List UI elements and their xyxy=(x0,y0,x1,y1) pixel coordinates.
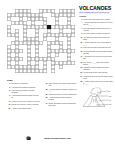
clue-text: The Ring of ____ circles the Pacific Oce… xyxy=(83,61,113,65)
page-title: VOLCANOES xyxy=(79,6,114,11)
down-clue-list: 2The study of volcanoes3A scientist who … xyxy=(7,83,77,110)
right-column: VOLCANOES https://crosswordlabs.com/view… xyxy=(79,6,114,111)
volcano-label-magma: magma xyxy=(108,104,111,105)
volcano-label-ash-cloud: ash xyxy=(108,91,111,92)
volcano-label-crater: crater xyxy=(108,95,111,97)
footer-url: www.crosswordlabs.com xyxy=(0,137,115,140)
clue-text: A spring that shoots hot water into the … xyxy=(11,95,40,99)
across-clue-list: 1Molten rock that flows from a volcano4A… xyxy=(79,18,114,84)
clue-number: 23 xyxy=(79,72,82,74)
clue-number: 5 xyxy=(7,89,10,93)
clue-number: 1 xyxy=(79,18,82,20)
clue-number: 22 xyxy=(44,97,47,101)
down-heading: Down xyxy=(7,79,77,81)
clue-text: Hot liquid rock found deep inside the Ea… xyxy=(83,36,113,40)
clue-number: 15 xyxy=(79,50,82,54)
clue-number: 4 xyxy=(79,22,82,26)
clue-number: 11 xyxy=(7,104,10,106)
clue-number: 9 xyxy=(79,32,82,34)
clue-number: 2 xyxy=(7,83,10,85)
clue-number: 12 xyxy=(79,41,82,45)
volcano-label-lava: lava xyxy=(108,100,111,101)
clue-number: 3 xyxy=(7,86,10,88)
clue-number: 6 xyxy=(7,95,10,99)
clue-text: Volcanic rock so full of holes it can fl… xyxy=(11,100,39,102)
clue-item: 6A spring that shoots hot water into the… xyxy=(7,95,40,99)
clue-number: 10 xyxy=(79,36,82,40)
clue-item: 23Violent burst of lava, ash and gas xyxy=(79,72,114,74)
clue-item: 24Volcanoes often form where these plate… xyxy=(79,75,114,79)
down-section: Down 2The study of volcanoes3A scientist… xyxy=(7,78,77,110)
clue-item: 17A mountain built from layers of lava a… xyxy=(79,56,114,60)
clue-item: 20Melted rock while it is still undergro… xyxy=(44,93,77,95)
clue-text: A volcano that is quiet now but may wake… xyxy=(83,81,113,85)
clue-number: 24 xyxy=(44,102,47,106)
clue-text: A mountain built from layers of lava and… xyxy=(83,56,113,60)
clue-number: 7 xyxy=(79,27,82,31)
volcano-diagram: ash crater lava magma xyxy=(82,88,112,110)
clue-number: 25 xyxy=(79,81,82,85)
across-heading: Across xyxy=(79,15,114,17)
clue-item: 16Dark volcanic rock formed from cooled … xyxy=(44,83,77,87)
clue-item: 8Volcanic rock so full of holes it can f… xyxy=(7,100,40,102)
clue-text: Fine gray powder blasted into the sky xyxy=(83,32,110,34)
clue-number: 18 xyxy=(44,88,47,92)
clue-text: Violent burst of lava, ash and gas xyxy=(83,72,107,74)
clue-text: A cone-shaped volcano made of cinders xyxy=(49,97,78,101)
clue-text: Huge hollow left when a volcano collapse… xyxy=(11,89,40,93)
clue-text: Molten rock that flows from a volcano xyxy=(83,18,110,20)
clue-item: 13A crack in the Earth's crust xyxy=(7,107,40,109)
clue-item: 22A cone-shaped volcano made of cinders xyxy=(44,97,77,101)
clue-item: 4A volcano that has not erupted for a lo… xyxy=(79,22,114,26)
clue-number: 14 xyxy=(79,47,82,49)
clue-item: 3A scientist who studies volcanoes xyxy=(7,86,40,88)
clue-number: 19 xyxy=(79,61,82,65)
clue-item: 24Steam and gases escape through this sm… xyxy=(44,102,77,106)
grid-gap xyxy=(71,69,75,73)
clue-item: 1Molten rock that flows from a volcano xyxy=(79,18,114,20)
clue-number: 21 xyxy=(79,66,82,70)
worksheet-page: Down 2The study of volcanoes3A scientist… xyxy=(0,0,115,150)
clue-text: Fast-moving cloud of hot gas and rock xyxy=(83,47,111,49)
clue-item: 25A volcano that is quiet now but may wa… xyxy=(79,81,114,85)
clue-number: 20 xyxy=(44,93,47,95)
clue-number: 8 xyxy=(7,100,10,102)
clue-item: 18A volcano that is erupting or about to… xyxy=(44,88,77,92)
clue-text: A volcano that has not erupted for a lon… xyxy=(83,22,113,26)
clue-item: 5Huge hollow left when a volcano collaps… xyxy=(7,89,40,93)
clue-item: 12A volcano that will never erupt again … xyxy=(79,41,114,45)
clue-item: 21Hawaiian volcano famous for gentle eru… xyxy=(79,66,114,70)
clue-item: 9Fine gray powder blasted into the sky xyxy=(79,32,114,34)
clue-item: 15The opening that lava and gases escape… xyxy=(79,50,114,54)
clue-item: 19The Ring of ____ circles the Pacific O… xyxy=(79,61,114,65)
clue-text: The opening that lava and gases escape t… xyxy=(83,50,113,54)
clue-text: A crack in the Earth's crust xyxy=(11,107,30,109)
clue-text: A scientist who studies volcanoes xyxy=(11,86,35,88)
clue-text: Roman city buried by Mount Vesuvius xyxy=(11,104,38,106)
clue-text: The study of volcanoes xyxy=(11,83,28,85)
clue-text: Volcanoes often form where these plates … xyxy=(83,75,113,79)
crossword-grid xyxy=(7,9,75,73)
clue-text: Dark volcanic rock formed from cooled la… xyxy=(49,83,78,87)
clue-text: A volcano that is erupting or about to i… xyxy=(49,88,78,92)
clue-text: The bowl-shaped hollow at the top of a v… xyxy=(83,27,113,31)
clue-number: 13 xyxy=(7,107,10,109)
clue-text: A volcano that will never erupt again is… xyxy=(83,41,113,45)
clue-item: 2The study of volcanoes xyxy=(7,83,40,85)
puzzle-link[interactable]: https://crosswordlabs.com/view/volcanoes xyxy=(79,12,113,14)
clue-number: 24 xyxy=(79,75,82,79)
clue-text: Steam and gases escape through this smal… xyxy=(49,102,78,106)
clue-number: 17 xyxy=(79,56,82,60)
clue-item: 11Roman city buried by Mount Vesuvius xyxy=(7,104,40,106)
clue-text: Hawaiian volcano famous for gentle erupt… xyxy=(83,66,113,70)
clue-item: 7The bowl-shaped hollow at the top of a … xyxy=(79,27,114,31)
clue-item: 14Fast-moving cloud of hot gas and rock xyxy=(79,47,114,49)
clue-item: 10Hot liquid rock found deep inside the … xyxy=(79,36,114,40)
clue-number: 16 xyxy=(44,83,47,87)
clue-text: Melted rock while it is still undergroun… xyxy=(49,93,77,95)
